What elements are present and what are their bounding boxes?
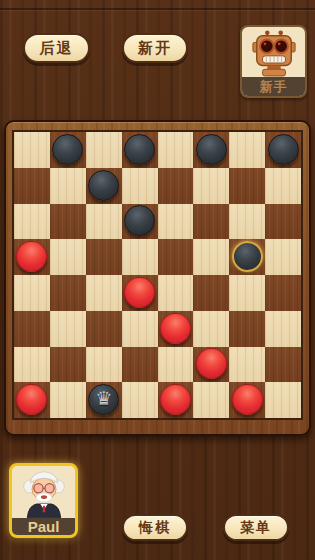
square-b7	[50, 168, 86, 204]
square-d1	[122, 382, 158, 418]
elderly-man-avatar-icon	[20, 466, 68, 518]
square-f4[interactable]	[193, 275, 229, 311]
red-man-piece[interactable]	[16, 384, 47, 415]
red-man-piece[interactable]	[16, 241, 47, 272]
opponent-avatar	[242, 27, 305, 77]
square-d5	[122, 239, 158, 275]
square-d4[interactable]	[122, 275, 158, 311]
square-a5[interactable]	[14, 239, 50, 275]
player-card-active: Paul	[9, 463, 78, 538]
square-b8[interactable]	[50, 132, 86, 168]
square-f6[interactable]	[193, 204, 229, 240]
square-a8	[14, 132, 50, 168]
red-man-piece[interactable]	[232, 384, 263, 415]
player-avatar	[12, 466, 75, 518]
square-g6	[229, 204, 265, 240]
square-h3	[265, 311, 301, 347]
square-h7	[265, 168, 301, 204]
square-h6[interactable]	[265, 204, 301, 240]
square-c3[interactable]	[86, 311, 122, 347]
square-a1[interactable]	[14, 382, 50, 418]
square-h4[interactable]	[265, 275, 301, 311]
black-man-piece[interactable]	[268, 134, 299, 165]
square-h2[interactable]	[265, 347, 301, 383]
square-f5	[193, 239, 229, 275]
opponent-card: 新手	[240, 25, 307, 98]
square-g8	[229, 132, 265, 168]
square-a6	[14, 204, 50, 240]
square-b3	[50, 311, 86, 347]
square-h1	[265, 382, 301, 418]
square-c1[interactable]: ♛	[86, 382, 122, 418]
square-f3	[193, 311, 229, 347]
square-g2	[229, 347, 265, 383]
square-g4	[229, 275, 265, 311]
square-d8[interactable]	[122, 132, 158, 168]
square-f8[interactable]	[193, 132, 229, 168]
square-h5	[265, 239, 301, 275]
square-a2	[14, 347, 50, 383]
square-e1[interactable]	[158, 382, 194, 418]
black-king-piece[interactable]: ♛	[88, 384, 119, 415]
square-f2[interactable]	[193, 347, 229, 383]
new-game-button[interactable]: 新开	[122, 33, 188, 63]
square-e3[interactable]	[158, 311, 194, 347]
square-c8	[86, 132, 122, 168]
square-a4	[14, 275, 50, 311]
square-a3[interactable]	[14, 311, 50, 347]
checkers-app-screen: { "game": "checkers-draughts-8x8", "posi…	[0, 0, 315, 560]
opponent-name-label: 新手	[242, 77, 305, 96]
square-b5	[50, 239, 86, 275]
square-e2	[158, 347, 194, 383]
square-b6[interactable]	[50, 204, 86, 240]
red-man-piece[interactable]	[124, 277, 155, 308]
square-b4[interactable]	[50, 275, 86, 311]
square-d3	[122, 311, 158, 347]
wood-plank-seam	[0, 8, 315, 10]
square-g7[interactable]	[229, 168, 265, 204]
takeback-button[interactable]: 悔棋	[122, 514, 188, 541]
black-man-piece[interactable]	[52, 134, 83, 165]
black-man-piece[interactable]	[232, 241, 263, 272]
undo-step-button[interactable]: 后退	[23, 33, 90, 63]
red-man-piece[interactable]	[160, 384, 191, 415]
crown-icon: ♛	[95, 389, 112, 408]
square-f7	[193, 168, 229, 204]
square-a7[interactable]	[14, 168, 50, 204]
square-b2[interactable]	[50, 347, 86, 383]
square-c4	[86, 275, 122, 311]
menu-button[interactable]: 菜单	[223, 514, 289, 541]
square-c7[interactable]	[86, 168, 122, 204]
square-g5[interactable]	[229, 239, 265, 275]
square-d2[interactable]	[122, 347, 158, 383]
square-f1	[193, 382, 229, 418]
checkers-board: ♛	[4, 120, 311, 436]
red-man-piece[interactable]	[196, 348, 227, 379]
square-e7[interactable]	[158, 168, 194, 204]
square-g1[interactable]	[229, 382, 265, 418]
black-man-piece[interactable]	[196, 134, 227, 165]
square-g3[interactable]	[229, 311, 265, 347]
square-e5[interactable]	[158, 239, 194, 275]
black-man-piece[interactable]	[88, 170, 119, 201]
black-man-piece[interactable]	[124, 134, 155, 165]
red-man-piece[interactable]	[160, 313, 191, 344]
square-e6	[158, 204, 194, 240]
square-e8	[158, 132, 194, 168]
square-h8[interactable]	[265, 132, 301, 168]
square-d7	[122, 168, 158, 204]
player-name-label: Paul	[12, 518, 75, 535]
square-c2	[86, 347, 122, 383]
square-d6[interactable]	[122, 204, 158, 240]
square-b1	[50, 382, 86, 418]
square-c5[interactable]	[86, 239, 122, 275]
square-e4	[158, 275, 194, 311]
board-grid: ♛	[12, 130, 303, 420]
robot-avatar-icon	[251, 27, 297, 77]
square-c6	[86, 204, 122, 240]
black-man-piece[interactable]	[124, 205, 155, 236]
